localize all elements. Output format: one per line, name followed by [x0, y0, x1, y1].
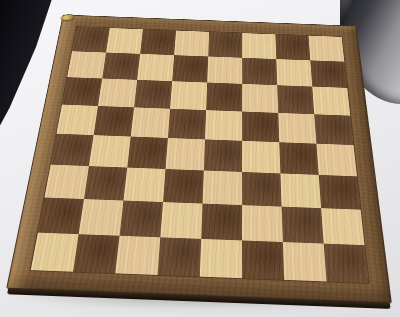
board-square [140, 29, 176, 55]
board-square [84, 166, 127, 200]
board-square [124, 168, 166, 203]
board-square [72, 27, 110, 53]
board-square [309, 36, 345, 62]
board-square [56, 105, 98, 136]
board-square [283, 242, 327, 281]
board-square [276, 59, 312, 86]
board-square [321, 208, 364, 245]
board-photo [0, 0, 400, 317]
board-square [44, 165, 88, 199]
board-square [207, 56, 242, 83]
board-square [278, 113, 316, 144]
board-square [316, 144, 357, 177]
board-square [203, 170, 243, 205]
board-square [279, 142, 318, 175]
board-square [201, 204, 242, 241]
board-square [168, 109, 206, 140]
board-square [319, 175, 361, 210]
board-frame [6, 15, 392, 304]
board-square [160, 202, 202, 239]
board-square [280, 173, 321, 208]
board-square [98, 78, 137, 107]
board-square [172, 55, 208, 82]
board-square [67, 51, 106, 78]
board-square [200, 239, 242, 278]
board-square [174, 31, 209, 57]
board-square [134, 80, 172, 109]
board-square [242, 205, 283, 242]
board-square [242, 240, 284, 279]
board-square [166, 138, 205, 171]
board-square [131, 107, 170, 138]
board-square [115, 236, 160, 275]
board-square [31, 233, 79, 272]
board-square [137, 54, 174, 81]
board-square [205, 110, 242, 141]
board-square [206, 83, 242, 112]
board-square [38, 198, 84, 235]
board-square [62, 77, 102, 106]
board-square [106, 28, 143, 54]
board-square [51, 134, 94, 166]
board-square [242, 33, 276, 59]
board-square [73, 234, 120, 273]
board-square [314, 114, 353, 145]
board-square [312, 87, 350, 116]
board-field [31, 27, 369, 283]
board-square [89, 135, 131, 167]
board-square [120, 201, 164, 238]
board-square [242, 141, 280, 174]
board-square [163, 169, 204, 204]
chess-board [6, 15, 392, 304]
board-square [242, 172, 282, 207]
board-square [282, 207, 324, 244]
board-square [170, 81, 207, 110]
board-square [324, 244, 369, 284]
board-square [102, 53, 140, 80]
board-square [242, 58, 277, 85]
board-square [275, 34, 310, 60]
board-square [242, 84, 278, 113]
board-square [277, 85, 314, 114]
board-square [242, 112, 279, 143]
board-square [204, 139, 242, 172]
board-square [208, 32, 242, 58]
board-square [79, 199, 124, 236]
board-square [157, 237, 201, 276]
board-square [127, 137, 168, 169]
board-square [94, 106, 134, 137]
board-square [310, 60, 347, 88]
